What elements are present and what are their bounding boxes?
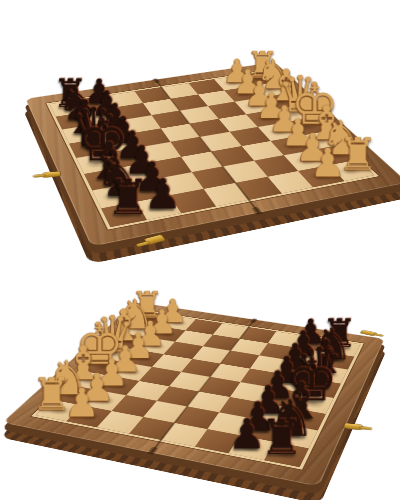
white-pawn: ♟ [58,384,106,423]
product-photo-top: ♜♟♟♜♞♟♟♞♝♟♟♝♛♟♟♛♚♟♟♚♝♟♟♝♞♟♟♞♜♟♟♜ [0,4,400,270]
chess-board-top-view: ♜♟♟♜♞♟♟♞♝♟♟♝♛♟♟♛♚♟♟♚♝♟♟♝♞♟♟♞♜♟♟♜ [25,62,400,247]
black-rook: ♜ [256,414,308,462]
white-pawn: ♟ [304,144,352,183]
brass-clasp-icon [361,330,377,336]
square: ♜ [101,202,146,228]
square: ♟ [66,405,112,427]
square: ♜ [264,442,309,468]
square: ♟ [298,165,344,187]
chess-board-bottom-view: ♜♟♟♜♞♟♟♞♝♟♟♝♛♟♟♛♚♟♟♚♝♟♟♝♞♟♟♞♜♟♟♜ [2,302,384,487]
product-photo-bottom: ♜♟♟♜♞♟♟♞♝♟♟♝♛♟♟♛♚♟♟♚♝♟♟♝♞♟♟♞♜♟♟♜ [10,254,400,500]
black-rook: ♜ [102,174,154,222]
